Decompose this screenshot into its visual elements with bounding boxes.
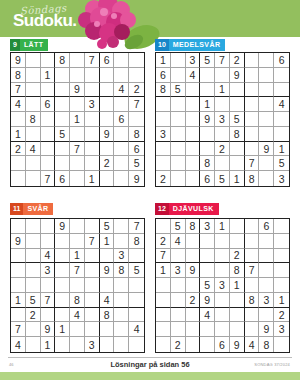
cell-r6c6: 8	[230, 127, 245, 142]
badge-puzzle-9-easy: 9 LÄTT	[10, 39, 48, 51]
cell-r3c8	[259, 83, 274, 98]
cell-r6c1: 3	[156, 127, 171, 142]
cell-r1c5: 1	[215, 219, 230, 234]
cell-r3c7	[245, 83, 260, 98]
cell-r1c7: 6	[100, 53, 115, 68]
cell-r4c4	[55, 263, 70, 278]
cell-r8c3: 9	[41, 322, 56, 337]
cell-r5c6	[85, 112, 100, 127]
cell-r4c8	[259, 97, 274, 112]
cell-r9c7	[100, 337, 115, 352]
puzzle-number: 12	[155, 203, 169, 215]
cell-r8c7: 7	[245, 156, 260, 171]
cell-r4c8	[114, 97, 129, 112]
cell-r7c5	[215, 308, 230, 323]
cell-r5c5	[70, 278, 85, 293]
cell-r8c6	[85, 156, 100, 171]
cell-r9c3: 1	[41, 337, 56, 352]
cell-r9c4: 6	[200, 171, 215, 186]
cell-r5c5: 3	[215, 112, 230, 127]
cell-r2c7	[245, 234, 260, 249]
cell-r4c1	[156, 97, 171, 112]
cell-r6c7	[245, 127, 260, 142]
issue-info: SÖNDAG 37/2024	[254, 362, 290, 367]
cell-r4c5: 7	[70, 263, 85, 278]
cell-r7c2	[171, 142, 186, 157]
cell-r8c6	[230, 322, 245, 337]
cell-r3c1: 7	[156, 249, 171, 264]
cell-r1c8	[259, 53, 274, 68]
cell-r7c4: 4	[200, 308, 215, 323]
cell-r5c6	[85, 278, 100, 293]
cell-r2c6: 9	[230, 68, 245, 83]
cell-r1c3	[41, 219, 56, 234]
cell-r5c2	[26, 278, 41, 293]
cell-r6c2	[171, 127, 186, 142]
cell-r1c9: 6	[274, 53, 289, 68]
cell-r6c7: 9	[100, 127, 115, 142]
cell-r7c8	[114, 308, 129, 323]
sudoku-grid-12: 5831624721398753129831429326948	[155, 218, 290, 353]
cell-r2c7: 1	[100, 234, 115, 249]
cell-r6c6	[230, 293, 245, 308]
cell-r8c8	[259, 156, 274, 171]
cell-r4c9: 5	[129, 263, 144, 278]
cell-r7c2	[171, 308, 186, 323]
cell-r5c3	[41, 112, 56, 127]
cell-r1c1	[11, 219, 26, 234]
sudoku-grid-11: 957971841337985157842487914413	[10, 218, 145, 353]
cell-r9c6: 1	[230, 171, 245, 186]
cell-r4c2	[26, 97, 41, 112]
cell-r5c2	[171, 278, 186, 293]
cell-r2c7	[100, 68, 115, 83]
cell-r9c3: 7	[41, 171, 56, 186]
cell-r3c3: 4	[41, 249, 56, 264]
cell-r8c6	[85, 322, 100, 337]
cell-r8c2	[171, 322, 186, 337]
cell-r9c1: 2	[156, 171, 171, 186]
cell-r8c7: 2	[100, 156, 115, 171]
cell-r7c2: 2	[26, 308, 41, 323]
puzzle-number: 10	[155, 39, 169, 51]
cell-r8c8	[114, 322, 129, 337]
cell-r4c6	[230, 97, 245, 112]
cell-r7c7	[245, 142, 260, 157]
cell-r4c7	[245, 97, 260, 112]
cell-r7c6	[85, 142, 100, 157]
cell-r9c3	[186, 171, 201, 186]
cell-r2c9	[129, 68, 144, 83]
cell-r3c6	[85, 249, 100, 264]
cell-r3c5	[215, 249, 230, 264]
cell-r9c2	[26, 171, 41, 186]
cell-r2c1: 6	[156, 68, 171, 83]
sudoku-grid-9: 9876817942463781615982476257619	[10, 52, 145, 187]
cell-r1c4: 3	[200, 219, 215, 234]
cell-r2c6: 7	[85, 234, 100, 249]
cell-r8c8: 9	[259, 322, 274, 337]
cell-r8c6	[230, 156, 245, 171]
cell-r6c9: 8	[129, 127, 144, 142]
cell-r4c4	[200, 263, 215, 278]
cell-r2c3	[41, 234, 56, 249]
cell-r7c9: 2	[274, 308, 289, 323]
cell-r2c4	[55, 68, 70, 83]
cell-r9c5: 6	[215, 337, 230, 352]
cell-r6c5	[215, 127, 230, 142]
cell-r2c1: 9	[11, 234, 26, 249]
cell-r9c8: 8	[259, 337, 274, 352]
cell-r9c5	[70, 337, 85, 352]
cell-r7c3	[186, 142, 201, 157]
cell-r6c3	[186, 127, 201, 142]
badge-puzzle-11-hard: 11 SVÅR	[10, 203, 53, 215]
cell-r9c6: 1	[85, 171, 100, 186]
cell-r8c4	[200, 322, 215, 337]
cell-r8c4: 8	[200, 156, 215, 171]
cell-r6c5	[215, 293, 230, 308]
cell-r6c7: 4	[100, 293, 115, 308]
cell-r6c4: 9	[200, 293, 215, 308]
cell-r5c4: 9	[200, 112, 215, 127]
cell-r9c9	[129, 337, 144, 352]
cell-r7c1	[156, 308, 171, 323]
cell-r9c5: 5	[215, 171, 230, 186]
cell-r6c1: 1	[11, 127, 26, 142]
cell-r9c7: 4	[245, 337, 260, 352]
cell-r8c8	[114, 156, 129, 171]
cell-r1c5	[70, 219, 85, 234]
cell-r7c1	[156, 142, 171, 157]
cell-r9c5	[70, 171, 85, 186]
cell-r6c5	[70, 127, 85, 142]
cell-r7c3	[186, 308, 201, 323]
cell-r7c1	[11, 308, 26, 323]
cell-r3c4	[55, 249, 70, 264]
cell-r1c3: 3	[186, 53, 201, 68]
cell-r2c9	[274, 234, 289, 249]
cell-r5c2: 8	[26, 112, 41, 127]
cell-r3c1: 7	[11, 83, 26, 98]
cell-r1c6: 2	[230, 53, 245, 68]
cell-r4c7: 9	[100, 263, 115, 278]
cell-r7c4	[55, 142, 70, 157]
geranium-flower-image	[64, 0, 166, 54]
cell-r4c8	[259, 263, 274, 278]
cell-r7c8: 9	[259, 142, 274, 157]
cell-r5c7	[245, 112, 260, 127]
cell-r4c9: 4	[274, 97, 289, 112]
cell-r4c1: 1	[156, 263, 171, 278]
cell-r3c7	[100, 83, 115, 98]
cell-r6c9: 1	[274, 293, 289, 308]
cell-r8c1	[156, 156, 171, 171]
cell-r9c2	[26, 337, 41, 352]
cell-r8c4	[55, 156, 70, 171]
cell-r6c1: 1	[11, 293, 26, 308]
cell-r6c3: 7	[41, 293, 56, 308]
cell-r7c6	[230, 308, 245, 323]
cell-r2c9: 8	[129, 234, 144, 249]
cell-r7c5: 2	[215, 142, 230, 157]
cell-r8c5	[215, 156, 230, 171]
cell-r1c9: 7	[129, 219, 144, 234]
cell-r1c9	[129, 53, 144, 68]
cell-r5c7	[245, 278, 260, 293]
badge-puzzle-12-devilish: 12 DJÄVULSK	[155, 203, 219, 215]
cell-r3c8: 3	[114, 249, 129, 264]
badge-puzzle-10-medium: 10 MEDELSVÅR	[155, 39, 225, 51]
cell-r3c1	[11, 249, 26, 264]
cell-r7c6	[85, 308, 100, 323]
cell-r7c5: 7	[70, 142, 85, 157]
cell-r6c8	[259, 127, 274, 142]
cell-r9c9: 3	[274, 171, 289, 186]
cell-r9c4	[200, 337, 215, 352]
cell-r3c7	[245, 249, 260, 264]
cell-r2c9	[274, 68, 289, 83]
puzzle-number: 9	[10, 39, 20, 51]
cell-r9c9: 9	[129, 171, 144, 186]
cell-r9c1	[11, 171, 26, 186]
cell-r2c3	[186, 234, 201, 249]
cell-r5c6: 5	[230, 112, 245, 127]
cell-r8c9: 4	[129, 322, 144, 337]
cell-r6c8	[114, 127, 129, 142]
cell-r5c7	[100, 278, 115, 293]
bottom-band	[0, 372, 300, 380]
cell-r7c3	[41, 142, 56, 157]
cell-r4c5	[70, 97, 85, 112]
cell-r8c4: 1	[55, 322, 70, 337]
cell-r2c5	[215, 234, 230, 249]
cell-r2c8	[259, 68, 274, 83]
cell-r4c4	[55, 97, 70, 112]
cell-r4c6: 8	[230, 263, 245, 278]
cell-r2c8	[114, 68, 129, 83]
cell-r7c6	[230, 142, 245, 157]
cell-r9c8	[259, 171, 274, 186]
cell-r8c3	[41, 156, 56, 171]
cell-r6c6	[85, 127, 100, 142]
cell-r2c8	[259, 234, 274, 249]
cell-r5c6: 1	[230, 278, 245, 293]
cell-r3c9	[274, 83, 289, 98]
cell-r8c2	[26, 322, 41, 337]
cell-r2c8	[114, 234, 129, 249]
difficulty-label: DJÄVULSK	[169, 203, 219, 215]
cell-r4c6: 3	[85, 97, 100, 112]
cell-r6c4: 5	[55, 127, 70, 142]
cell-r8c2	[171, 156, 186, 171]
cell-r5c8	[259, 278, 274, 293]
cell-r8c5	[70, 156, 85, 171]
cell-r8c1: 7	[11, 322, 26, 337]
cell-r6c2: 5	[26, 293, 41, 308]
cell-r6c1	[156, 293, 171, 308]
cell-r3c6	[85, 83, 100, 98]
cell-r2c4	[55, 234, 70, 249]
cell-r4c7	[100, 97, 115, 112]
cell-r7c4	[55, 308, 70, 323]
cell-r1c4: 9	[55, 219, 70, 234]
cell-r1c8	[114, 219, 129, 234]
cell-r1c3: 8	[186, 219, 201, 234]
cell-r1c7	[245, 53, 260, 68]
cell-r2c5	[70, 234, 85, 249]
cell-r2c2	[26, 68, 41, 83]
cell-r2c5	[70, 68, 85, 83]
cell-r5c1	[156, 112, 171, 127]
cell-r1c1: 1	[156, 53, 171, 68]
cell-r8c3	[186, 156, 201, 171]
cell-r6c7: 8	[245, 293, 260, 308]
cell-r6c9	[129, 293, 144, 308]
cell-r5c9	[274, 278, 289, 293]
cell-r3c2	[171, 249, 186, 264]
cell-r2c5	[215, 68, 230, 83]
cell-r3c2: 5	[171, 83, 186, 98]
cell-r6c5: 8	[70, 293, 85, 308]
cell-r3c8: 4	[114, 83, 129, 98]
cell-r1c4: 5	[200, 53, 215, 68]
cell-r5c8: 6	[114, 112, 129, 127]
cell-r3c9	[274, 249, 289, 264]
cell-r5c9	[129, 278, 144, 293]
cell-r9c4	[55, 337, 70, 352]
cell-r5c3	[186, 278, 201, 293]
cell-r1c5	[70, 53, 85, 68]
cell-r7c3	[41, 308, 56, 323]
cell-r4c8: 8	[114, 263, 129, 278]
cell-r7c9	[129, 308, 144, 323]
cell-r1c6	[230, 219, 245, 234]
cell-r2c4	[200, 234, 215, 249]
cell-r7c8	[114, 142, 129, 157]
cell-r9c4: 6	[55, 171, 70, 186]
sudoku-grid-10: 1357266498511493538291875265183	[155, 52, 290, 187]
cell-r2c2	[26, 234, 41, 249]
cell-r1c5: 7	[215, 53, 230, 68]
cell-r7c2: 4	[26, 142, 41, 157]
cell-r3c5: 9	[70, 83, 85, 98]
cell-r7c4	[200, 142, 215, 157]
cell-r4c3: 6	[41, 97, 56, 112]
cell-r3c4	[55, 83, 70, 98]
cell-r4c4: 1	[200, 97, 215, 112]
cell-r4c2	[26, 263, 41, 278]
cell-r8c9: 5	[129, 156, 144, 171]
cell-r2c3: 4	[186, 68, 201, 83]
difficulty-label: LÄTT	[20, 39, 48, 51]
cell-r1c2	[26, 219, 41, 234]
cell-r8c3	[186, 322, 201, 337]
cell-r1c6	[85, 219, 100, 234]
cell-r7c1: 2	[11, 142, 26, 157]
cell-r4c1	[11, 263, 26, 278]
cell-r9c7	[100, 171, 115, 186]
cell-r9c6: 9	[230, 337, 245, 352]
cell-r7c7	[100, 142, 115, 157]
cell-r8c1	[156, 322, 171, 337]
cell-r6c2	[171, 293, 186, 308]
cell-r2c6	[230, 234, 245, 249]
cell-r1c3	[41, 53, 56, 68]
cell-r4c7: 7	[245, 263, 260, 278]
cell-r9c7: 8	[245, 171, 260, 186]
cell-r8c2	[26, 156, 41, 171]
puzzle-number: 11	[10, 203, 23, 215]
cell-r1c2	[26, 53, 41, 68]
cell-r9c1: 4	[11, 337, 26, 352]
cell-r7c8	[259, 308, 274, 323]
cell-r5c3	[186, 112, 201, 127]
cell-r2c7	[245, 68, 260, 83]
cell-r3c3	[186, 249, 201, 264]
cell-r4c1: 4	[11, 97, 26, 112]
cell-r5c4: 5	[200, 278, 215, 293]
cell-r5c2	[171, 112, 186, 127]
cell-r4c5	[215, 97, 230, 112]
cell-r9c3	[186, 337, 201, 352]
cell-r4c3	[186, 97, 201, 112]
cell-r8c9: 3	[274, 322, 289, 337]
cell-r1c9	[274, 219, 289, 234]
cell-r5c4	[55, 278, 70, 293]
cell-r4c9: 7	[129, 97, 144, 112]
cell-r9c6: 3	[85, 337, 100, 352]
cell-r5c4	[55, 112, 70, 127]
cell-r4c5	[215, 263, 230, 278]
cell-r5c5: 1	[70, 112, 85, 127]
cell-r5c9	[129, 112, 144, 127]
cell-r7c5: 4	[70, 308, 85, 323]
cell-r3c9	[129, 249, 144, 264]
cell-r3c8	[259, 249, 274, 264]
cell-r9c8	[114, 337, 129, 352]
cell-r2c4	[200, 68, 215, 83]
cell-r9c2: 2	[171, 337, 186, 352]
cell-r3c4	[200, 83, 215, 98]
cell-r8c7	[100, 322, 115, 337]
difficulty-label: MEDELSVÅR	[169, 39, 226, 51]
cell-r2c1: 8	[11, 68, 26, 83]
cell-r3c3	[186, 83, 201, 98]
cell-r1c1	[156, 219, 171, 234]
cell-r6c3: 2	[186, 293, 201, 308]
cell-r4c3: 3	[41, 263, 56, 278]
cell-r6c4	[200, 127, 215, 142]
cell-r4c2	[171, 97, 186, 112]
cell-r9c9	[274, 337, 289, 352]
cell-r3c5: 1	[215, 83, 230, 98]
cell-r8c5	[215, 322, 230, 337]
cell-r8c7	[245, 322, 260, 337]
cell-r5c5: 3	[215, 278, 230, 293]
cell-r4c6	[85, 263, 100, 278]
cell-r9c8	[114, 171, 129, 186]
cell-r7c9: 1	[274, 142, 289, 157]
cell-r1c2	[171, 53, 186, 68]
cell-r7c7	[245, 308, 260, 323]
cell-r9c1	[156, 337, 171, 352]
cell-r7c9: 6	[129, 142, 144, 157]
cell-r1c7	[245, 219, 260, 234]
cell-r3c4	[200, 249, 215, 264]
cell-r5c8	[259, 112, 274, 127]
cell-r5c3	[41, 278, 56, 293]
